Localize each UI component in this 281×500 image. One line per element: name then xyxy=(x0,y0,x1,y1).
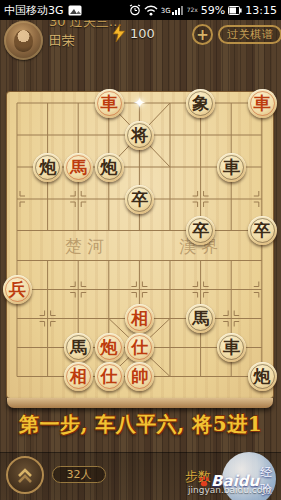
screenshot-icon xyxy=(68,5,82,16)
piece-black-炮[interactable]: 炮 xyxy=(95,153,124,182)
expand-button[interactable] xyxy=(6,456,44,494)
wifi-icon xyxy=(144,5,158,16)
piece-black-馬[interactable]: 馬 xyxy=(64,333,93,362)
player-name: 田荣 xyxy=(49,32,75,50)
last-move-sparkle-icon: ✦ xyxy=(133,96,146,111)
piece-red-馬[interactable]: 馬 xyxy=(64,153,93,182)
alarm-icon xyxy=(129,4,141,16)
add-energy-button[interactable]: + xyxy=(192,24,213,45)
clock-label: 13:15 xyxy=(245,4,277,17)
energy-value: 100 xyxy=(130,26,155,41)
piece-black-卒[interactable]: 卒 xyxy=(248,216,277,245)
level-manual-button[interactable]: 过关棋谱 xyxy=(218,25,281,44)
avatar[interactable] xyxy=(4,21,43,60)
piece-black-卒[interactable]: 卒 xyxy=(186,216,215,245)
piece-black-象[interactable]: 象 xyxy=(186,89,215,118)
board-grid[interactable]: ✦ 車象車将炮馬炮車卒卒卒兵相馬馬炮仕車相仕帥炮 xyxy=(2,87,277,391)
bottom-bar: 32人 步数 Baidu 经验 jingyan.baidu.com xyxy=(0,452,281,500)
battery-percent-label: 59% xyxy=(201,4,225,17)
piece-black-炮[interactable]: 炮 xyxy=(33,153,62,182)
piece-red-相[interactable]: 相 xyxy=(125,304,154,333)
speed-badge: 72x xyxy=(187,7,198,13)
app-screen: 中国移动3G 3G xyxy=(0,0,281,500)
status-bar: 中国移动3G 3G xyxy=(0,0,281,20)
piece-black-卒[interactable]: 卒 xyxy=(125,185,154,214)
xiangqi-board[interactable]: 楚河 漢界 ✦ 車象車将炮馬炮車卒卒卒兵相馬馬炮仕車相仕帥炮 xyxy=(7,92,273,398)
watermark-url: jingyan.baidu.com xyxy=(188,485,271,495)
piece-black-馬[interactable]: 馬 xyxy=(186,304,215,333)
piece-red-帥[interactable]: 帥 xyxy=(125,362,154,391)
viewers-count-badge[interactable]: 32人 xyxy=(52,466,106,483)
carrier-label: 中国移动3G xyxy=(4,3,64,18)
chevron-up-icon xyxy=(15,466,35,484)
lightning-icon xyxy=(112,24,126,42)
piece-black-将[interactable]: 将 xyxy=(125,121,154,150)
piece-red-仕[interactable]: 仕 xyxy=(95,362,124,391)
piece-red-車[interactable]: 車 xyxy=(248,89,277,118)
energy-indicator: 100 xyxy=(112,24,155,42)
piece-red-兵[interactable]: 兵 xyxy=(3,275,32,304)
board-front-bevel xyxy=(7,398,273,408)
piece-black-車[interactable]: 車 xyxy=(217,333,246,362)
battery-icon xyxy=(228,6,242,15)
piece-black-車[interactable]: 車 xyxy=(217,153,246,182)
network-type-label: 3G xyxy=(161,8,171,15)
piece-black-炮[interactable]: 炮 xyxy=(248,362,277,391)
piece-red-炮[interactable]: 炮 xyxy=(95,333,124,362)
piece-red-仕[interactable]: 仕 xyxy=(125,333,154,362)
piece-red-車[interactable]: 車 xyxy=(95,89,124,118)
signal-bars-icon xyxy=(172,5,184,15)
piece-red-相[interactable]: 相 xyxy=(64,362,93,391)
move-caption: 第一步, 车八平六, 将5进1 xyxy=(0,411,281,438)
